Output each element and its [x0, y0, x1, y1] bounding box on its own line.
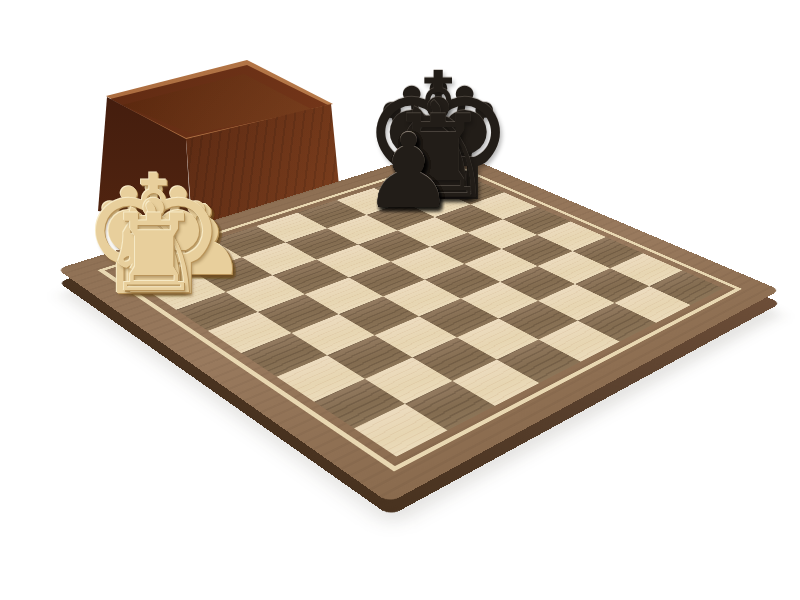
scene: ♜♞♝♛♚♝♞♜♟♟♟♟♟♟♟♟♟♟♟♟♟♟♟♟♜♞♝♛♚♝♞♜: [0, 0, 800, 600]
piece-black-pawn: ♟: [363, 121, 455, 224]
piece-white-rook: ♜: [106, 201, 201, 307]
